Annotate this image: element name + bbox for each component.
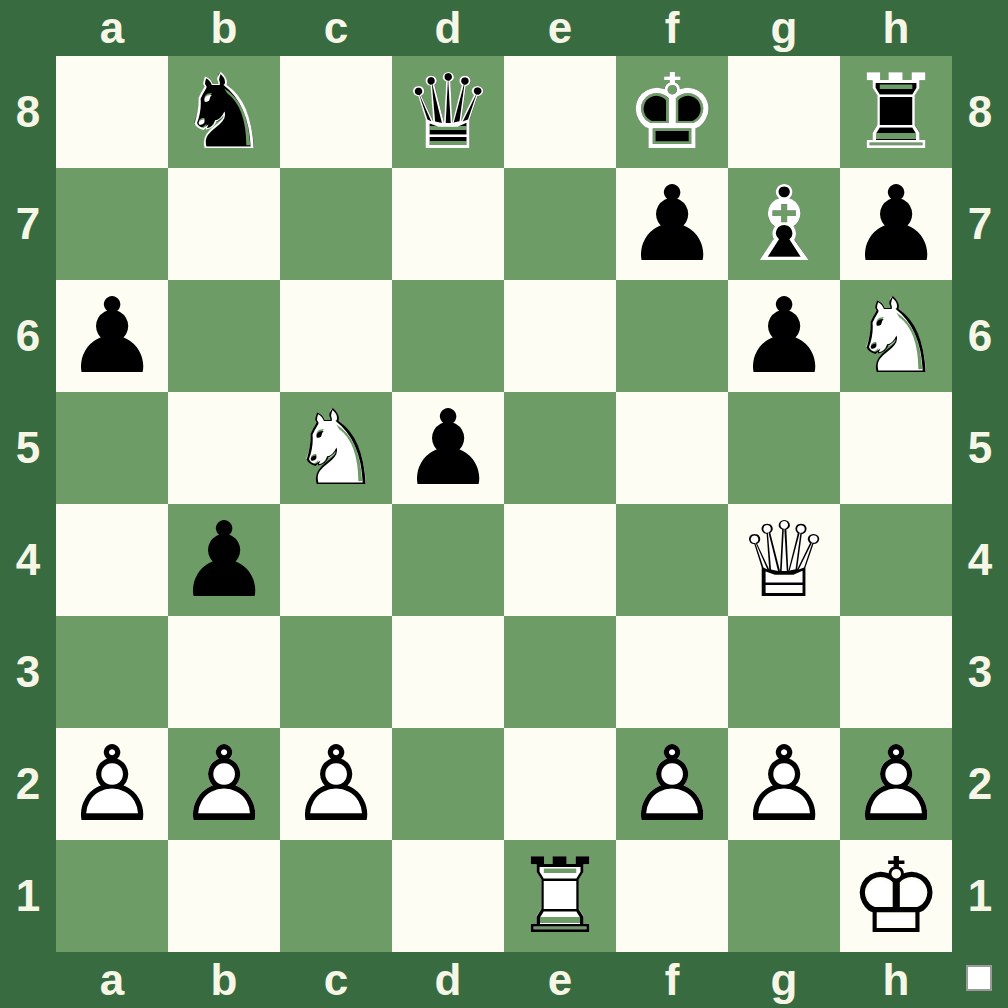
square-h5[interactable] [840, 392, 952, 504]
square-c2[interactable]: ♟♙ [280, 728, 392, 840]
square-f6[interactable] [616, 280, 728, 392]
file-label-2: c [280, 0, 392, 56]
square-g4[interactable]: ♛♕ [728, 504, 840, 616]
piece-black-knight-b8: ♞♘ [168, 56, 280, 168]
square-e6[interactable] [504, 280, 616, 392]
square-c5[interactable]: ♞♘ [280, 392, 392, 504]
square-h4[interactable] [840, 504, 952, 616]
square-f4[interactable] [616, 504, 728, 616]
square-e2[interactable] [504, 728, 616, 840]
rank-label-6: 2 [952, 728, 1008, 840]
square-d2[interactable] [392, 728, 504, 840]
file-label-1: b [168, 0, 280, 56]
square-d7[interactable] [392, 168, 504, 280]
rank-label-2: 6 [952, 280, 1008, 392]
file-label-0: a [56, 0, 168, 56]
file-label-6: g [728, 952, 840, 1008]
file-label-1: b [168, 952, 280, 1008]
piece-white-pawn-a2: ♟♙ [56, 728, 168, 840]
square-g5[interactable] [728, 392, 840, 504]
square-b5[interactable] [168, 392, 280, 504]
file-label-6: g [728, 0, 840, 56]
piece-black-rook-h8: ♜♖ [840, 56, 952, 168]
square-b8[interactable]: ♞♘ [168, 56, 280, 168]
file-label-5: f [616, 0, 728, 56]
square-c4[interactable] [280, 504, 392, 616]
square-c7[interactable] [280, 168, 392, 280]
chessboard-frame: abcdefgh 87654321 87654321 abcdefgh ♞♘♛♕… [0, 0, 1008, 1008]
square-a2[interactable]: ♟♙ [56, 728, 168, 840]
piece-black-bishop-g7: ♝♗ [728, 168, 840, 280]
square-g6[interactable]: ♟ [728, 280, 840, 392]
square-a7[interactable] [56, 168, 168, 280]
square-b6[interactable] [168, 280, 280, 392]
square-d5[interactable]: ♟ [392, 392, 504, 504]
rank-label-2: 6 [0, 280, 56, 392]
rank-label-5: 3 [952, 616, 1008, 728]
square-e7[interactable] [504, 168, 616, 280]
rank-label-7: 1 [0, 840, 56, 952]
square-e5[interactable] [504, 392, 616, 504]
piece-white-pawn-b2: ♟♙ [168, 728, 280, 840]
square-f5[interactable] [616, 392, 728, 504]
rank-label-6: 2 [0, 728, 56, 840]
square-g8[interactable] [728, 56, 840, 168]
square-g7[interactable]: ♝♗ [728, 168, 840, 280]
square-h6[interactable]: ♞♘ [840, 280, 952, 392]
square-a5[interactable] [56, 392, 168, 504]
file-label-7: h [840, 952, 952, 1008]
square-d4[interactable] [392, 504, 504, 616]
square-d6[interactable] [392, 280, 504, 392]
square-f1[interactable] [616, 840, 728, 952]
square-a6[interactable]: ♟ [56, 280, 168, 392]
square-e1[interactable]: ♜♖ [504, 840, 616, 952]
square-f3[interactable] [616, 616, 728, 728]
rank-labels-left: 87654321 [0, 56, 56, 952]
square-a4[interactable] [56, 504, 168, 616]
square-f8[interactable]: ♚♔ [616, 56, 728, 168]
square-d3[interactable] [392, 616, 504, 728]
piece-white-rook-e1: ♜♖ [504, 840, 616, 952]
square-f2[interactable]: ♟♙ [616, 728, 728, 840]
file-label-5: f [616, 952, 728, 1008]
square-c8[interactable] [280, 56, 392, 168]
piece-white-pawn-c2: ♟♙ [280, 728, 392, 840]
square-a3[interactable] [56, 616, 168, 728]
square-h1[interactable]: ♚♔ [840, 840, 952, 952]
rank-label-1: 7 [952, 168, 1008, 280]
square-c6[interactable] [280, 280, 392, 392]
square-b2[interactable]: ♟♙ [168, 728, 280, 840]
square-g1[interactable] [728, 840, 840, 952]
rank-labels-right: 87654321 [952, 56, 1008, 952]
rank-label-1: 7 [0, 168, 56, 280]
square-e8[interactable] [504, 56, 616, 168]
white-to-move-indicator [966, 965, 992, 991]
square-b1[interactable] [168, 840, 280, 952]
rank-label-4: 4 [0, 504, 56, 616]
piece-black-pawn-b4: ♟ [168, 504, 280, 616]
square-c3[interactable] [280, 616, 392, 728]
square-h7[interactable]: ♟ [840, 168, 952, 280]
file-label-4: e [504, 0, 616, 56]
file-label-3: d [392, 952, 504, 1008]
square-b7[interactable] [168, 168, 280, 280]
square-d8[interactable]: ♛♕ [392, 56, 504, 168]
piece-black-pawn-d5: ♟ [392, 392, 504, 504]
piece-white-knight-c5: ♞♘ [280, 392, 392, 504]
rank-label-4: 4 [952, 504, 1008, 616]
piece-white-pawn-g2: ♟♙ [728, 728, 840, 840]
file-labels-top: abcdefgh [56, 0, 952, 56]
rank-label-7: 1 [952, 840, 1008, 952]
square-g2[interactable]: ♟♙ [728, 728, 840, 840]
piece-white-pawn-h2: ♟♙ [840, 728, 952, 840]
piece-black-queen-d8: ♛♕ [392, 56, 504, 168]
square-d1[interactable] [392, 840, 504, 952]
file-label-3: d [392, 0, 504, 56]
file-label-4: e [504, 952, 616, 1008]
piece-white-knight-h6: ♞♘ [840, 280, 952, 392]
square-a1[interactable] [56, 840, 168, 952]
rank-label-3: 5 [952, 392, 1008, 504]
square-f7[interactable]: ♟ [616, 168, 728, 280]
square-c1[interactable] [280, 840, 392, 952]
rank-label-0: 8 [0, 56, 56, 168]
file-label-0: a [56, 952, 168, 1008]
piece-black-king-f8: ♚♔ [616, 56, 728, 168]
square-h2[interactable]: ♟♙ [840, 728, 952, 840]
piece-white-queen-g4: ♛♕ [728, 504, 840, 616]
square-h3[interactable] [840, 616, 952, 728]
piece-black-pawn-f7: ♟ [616, 168, 728, 280]
piece-black-pawn-a6: ♟ [56, 280, 168, 392]
piece-black-pawn-h7: ♟ [840, 168, 952, 280]
square-a8[interactable] [56, 56, 168, 168]
piece-white-king-h1: ♚♔ [840, 840, 952, 952]
square-h8[interactable]: ♜♖ [840, 56, 952, 168]
square-b3[interactable] [168, 616, 280, 728]
file-label-7: h [840, 0, 952, 56]
rank-label-3: 5 [0, 392, 56, 504]
file-label-2: c [280, 952, 392, 1008]
rank-label-0: 8 [952, 56, 1008, 168]
piece-black-pawn-g6: ♟ [728, 280, 840, 392]
square-e3[interactable] [504, 616, 616, 728]
piece-white-pawn-f2: ♟♙ [616, 728, 728, 840]
square-g3[interactable] [728, 616, 840, 728]
file-labels-bottom: abcdefgh [56, 952, 952, 1008]
square-e4[interactable] [504, 504, 616, 616]
chessboard: ♞♘♛♕♚♔♜♖♟♝♗♟♟♟♞♘♞♘♟♟♛♕♟♙♟♙♟♙♟♙♟♙♟♙♜♖♚♔ [56, 56, 952, 952]
square-b4[interactable]: ♟ [168, 504, 280, 616]
rank-label-5: 3 [0, 616, 56, 728]
